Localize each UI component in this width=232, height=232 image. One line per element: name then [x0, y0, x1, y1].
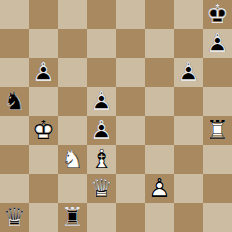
square-e8[interactable] — [116, 0, 145, 29]
black-knight-icon: ♞ — [0, 87, 29, 116]
square-g5[interactable] — [174, 87, 203, 116]
square-d3[interactable]: ♝♗ — [87, 145, 116, 174]
square-b3[interactable] — [29, 145, 58, 174]
square-d6[interactable] — [87, 58, 116, 87]
black-queen-icon: ♛ — [0, 203, 29, 232]
square-f5[interactable] — [145, 87, 174, 116]
square-h2[interactable] — [203, 174, 232, 203]
square-e5[interactable] — [116, 87, 145, 116]
square-f1[interactable] — [145, 203, 174, 232]
square-b4[interactable]: ♚♔ — [29, 116, 58, 145]
white-bishop-icon: ♝ — [87, 145, 116, 174]
black-pawn-icon: ♟ — [174, 58, 203, 87]
white-bishop-outline-icon: ♗ — [87, 145, 116, 174]
square-g2[interactable] — [174, 174, 203, 203]
white-rook-outline-icon: ♖ — [203, 116, 232, 145]
square-d4[interactable]: ♟♙ — [87, 116, 116, 145]
square-d7[interactable] — [87, 29, 116, 58]
square-b6[interactable]: ♟♙ — [29, 58, 58, 87]
square-c2[interactable] — [58, 174, 87, 203]
black-pawn-outline-icon: ♙ — [174, 58, 203, 87]
white-queen-icon: ♛ — [87, 174, 116, 203]
black-rook-icon: ♜ — [58, 203, 87, 232]
square-b8[interactable] — [29, 0, 58, 29]
black-queen-outline-icon: ♕ — [0, 203, 29, 232]
black-knight-outline-icon: ♘ — [0, 87, 29, 116]
white-pawn-icon: ♟ — [145, 174, 174, 203]
square-h8[interactable]: ♚♔ — [203, 0, 232, 29]
black-pawn-outline-icon: ♙ — [87, 87, 116, 116]
black-pawn-outline-icon: ♙ — [203, 29, 232, 58]
square-e2[interactable] — [116, 174, 145, 203]
white-pawn-outline-icon: ♙ — [145, 174, 174, 203]
black-rook-outline-icon: ♖ — [58, 203, 87, 232]
board-diagram: ♚♔♟♙♟♙♟♙♞♘♟♙♚♔♟♙♜♖♞♘♝♗♛♕♟♙♛♕♜♖ — [0, 0, 232, 232]
square-d1[interactable] — [87, 203, 116, 232]
square-e7[interactable] — [116, 29, 145, 58]
square-e3[interactable] — [116, 145, 145, 174]
square-b1[interactable] — [29, 203, 58, 232]
black-pawn-icon: ♟ — [87, 87, 116, 116]
square-h4[interactable]: ♜♖ — [203, 116, 232, 145]
square-h6[interactable] — [203, 58, 232, 87]
square-c1[interactable]: ♜♖ — [58, 203, 87, 232]
square-d5[interactable]: ♟♙ — [87, 87, 116, 116]
white-king-outline-icon: ♔ — [29, 116, 58, 145]
square-g6[interactable]: ♟♙ — [174, 58, 203, 87]
white-knight-outline-icon: ♘ — [58, 145, 87, 174]
square-g3[interactable] — [174, 145, 203, 174]
square-h7[interactable]: ♟♙ — [203, 29, 232, 58]
square-f6[interactable] — [145, 58, 174, 87]
square-c4[interactable] — [58, 116, 87, 145]
black-pawn-icon: ♟ — [87, 116, 116, 145]
square-a1[interactable]: ♛♕ — [0, 203, 29, 232]
square-a4[interactable] — [0, 116, 29, 145]
square-g4[interactable] — [174, 116, 203, 145]
square-d8[interactable] — [87, 0, 116, 29]
white-king-icon: ♚ — [29, 116, 58, 145]
square-c8[interactable] — [58, 0, 87, 29]
square-b5[interactable] — [29, 87, 58, 116]
square-g1[interactable] — [174, 203, 203, 232]
square-f4[interactable] — [145, 116, 174, 145]
white-knight-icon: ♞ — [58, 145, 87, 174]
square-h3[interactable] — [203, 145, 232, 174]
square-a6[interactable] — [0, 58, 29, 87]
white-queen-outline-icon: ♕ — [87, 174, 116, 203]
square-g8[interactable] — [174, 0, 203, 29]
square-a5[interactable]: ♞♘ — [0, 87, 29, 116]
square-h5[interactable] — [203, 87, 232, 116]
square-a8[interactable] — [0, 0, 29, 29]
square-c6[interactable] — [58, 58, 87, 87]
square-g7[interactable] — [174, 29, 203, 58]
square-a3[interactable] — [0, 145, 29, 174]
square-c5[interactable] — [58, 87, 87, 116]
white-rook-icon: ♜ — [203, 116, 232, 145]
square-a7[interactable] — [0, 29, 29, 58]
square-h1[interactable] — [203, 203, 232, 232]
black-king-outline-icon: ♔ — [203, 0, 232, 29]
square-b2[interactable] — [29, 174, 58, 203]
square-f3[interactable] — [145, 145, 174, 174]
square-c7[interactable] — [58, 29, 87, 58]
square-f8[interactable] — [145, 0, 174, 29]
square-c3[interactable]: ♞♘ — [58, 145, 87, 174]
black-king-icon: ♚ — [203, 0, 232, 29]
square-f2[interactable]: ♟♙ — [145, 174, 174, 203]
square-b7[interactable] — [29, 29, 58, 58]
square-a2[interactable] — [0, 174, 29, 203]
black-pawn-icon: ♟ — [29, 58, 58, 87]
square-e4[interactable] — [116, 116, 145, 145]
square-f7[interactable] — [145, 29, 174, 58]
square-e1[interactable] — [116, 203, 145, 232]
chess-board: ♚♔♟♙♟♙♟♙♞♘♟♙♚♔♟♙♜♖♞♘♝♗♛♕♟♙♛♕♜♖ — [0, 0, 232, 232]
black-pawn-outline-icon: ♙ — [29, 58, 58, 87]
square-e6[interactable] — [116, 58, 145, 87]
black-pawn-icon: ♟ — [203, 29, 232, 58]
black-pawn-outline-icon: ♙ — [87, 116, 116, 145]
square-d2[interactable]: ♛♕ — [87, 174, 116, 203]
